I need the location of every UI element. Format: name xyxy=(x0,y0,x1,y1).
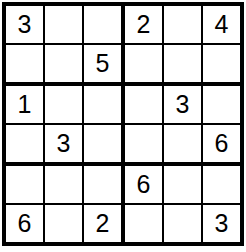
board-row-6: 623 xyxy=(6,203,240,242)
cell-r3c1[interactable]: 1 xyxy=(6,82,43,123)
cell-r5c6[interactable] xyxy=(201,162,240,203)
cell-r4c4[interactable] xyxy=(121,123,162,162)
board-row-3: 13 xyxy=(6,82,240,123)
cell-r6c6[interactable]: 3 xyxy=(201,203,240,242)
cell-r1c6[interactable]: 4 xyxy=(201,6,240,43)
cell-r3c5[interactable]: 3 xyxy=(162,82,201,123)
cell-r3c3[interactable] xyxy=(82,82,121,123)
cell-r1c4[interactable]: 2 xyxy=(121,6,162,43)
cell-r6c1[interactable]: 6 xyxy=(6,203,43,242)
cell-r6c4[interactable] xyxy=(121,203,162,242)
cell-r2c6[interactable] xyxy=(201,43,240,82)
cell-r4c2[interactable]: 3 xyxy=(43,123,82,162)
cell-r6c5[interactable] xyxy=(162,203,201,242)
cell-r1c3[interactable] xyxy=(82,6,121,43)
cell-r4c5[interactable] xyxy=(162,123,201,162)
cell-r5c1[interactable] xyxy=(6,162,43,203)
cell-r4c1[interactable] xyxy=(6,123,43,162)
board-row-2: 5 xyxy=(6,43,240,82)
cell-r1c1[interactable]: 3 xyxy=(6,6,43,43)
cell-r4c3[interactable] xyxy=(82,123,121,162)
cell-r1c2[interactable] xyxy=(43,6,82,43)
cell-r2c1[interactable] xyxy=(6,43,43,82)
cell-r5c2[interactable] xyxy=(43,162,82,203)
cell-r1c5[interactable] xyxy=(162,6,201,43)
cell-r5c4[interactable]: 6 xyxy=(121,162,162,203)
cell-r2c4[interactable] xyxy=(121,43,162,82)
cell-r6c2[interactable] xyxy=(43,203,82,242)
board-row-4: 36 xyxy=(6,123,240,162)
cell-r3c4[interactable] xyxy=(121,82,162,123)
cell-r2c2[interactable] xyxy=(43,43,82,82)
cell-r2c3[interactable]: 5 xyxy=(82,43,121,82)
cell-r5c5[interactable] xyxy=(162,162,201,203)
cell-r3c2[interactable] xyxy=(43,82,82,123)
cell-r2c5[interactable] xyxy=(162,43,201,82)
cell-r5c3[interactable] xyxy=(82,162,121,203)
sudoku-board: 324513366623 xyxy=(2,2,244,246)
cell-r3c6[interactable] xyxy=(201,82,240,123)
board-row-1: 324 xyxy=(6,6,240,43)
board-row-5: 6 xyxy=(6,162,240,203)
cell-r6c3[interactable]: 2 xyxy=(82,203,121,242)
cell-r4c6[interactable]: 6 xyxy=(201,123,240,162)
